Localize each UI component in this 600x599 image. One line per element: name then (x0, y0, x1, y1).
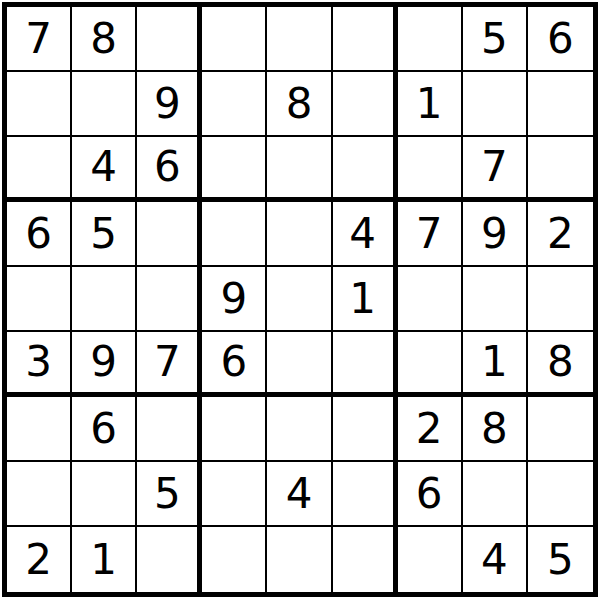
cell-r5c2-empty[interactable] (72, 267, 137, 332)
cell-r1c2-given: 8 (72, 7, 137, 72)
cell-r5c7-empty[interactable] (398, 267, 463, 332)
cell-r6c1-given: 3 (7, 332, 72, 397)
cell-r4c1-given: 6 (7, 202, 72, 267)
cell-r9c4-empty[interactable] (202, 527, 267, 592)
cell-r2c5-given: 8 (267, 72, 332, 137)
cell-r7c2-given: 6 (72, 397, 137, 462)
cell-r8c6-empty[interactable] (333, 462, 398, 527)
cell-r6c4-given: 6 (202, 332, 267, 397)
cell-r2c4-empty[interactable] (202, 72, 267, 137)
cell-r3c7-empty[interactable] (398, 137, 463, 202)
cell-r7c1-empty[interactable] (7, 397, 72, 462)
cell-r7c5-empty[interactable] (267, 397, 332, 462)
cell-r2c8-empty[interactable] (463, 72, 528, 137)
cell-r4c6-given: 4 (333, 202, 398, 267)
cell-r1c9-given: 6 (528, 7, 593, 72)
cell-r9c5-empty[interactable] (267, 527, 332, 592)
cell-r5c1-empty[interactable] (7, 267, 72, 332)
cell-r1c7-empty[interactable] (398, 7, 463, 72)
cell-r7c6-empty[interactable] (333, 397, 398, 462)
cell-r3c5-empty[interactable] (267, 137, 332, 202)
cell-r6c3-given: 7 (137, 332, 202, 397)
cell-r8c5-given: 4 (267, 462, 332, 527)
cell-r6c5-empty[interactable] (267, 332, 332, 397)
cell-r4c3-empty[interactable] (137, 202, 202, 267)
cell-r5c3-empty[interactable] (137, 267, 202, 332)
cell-r2c2-empty[interactable] (72, 72, 137, 137)
cell-r6c8-given: 1 (463, 332, 528, 397)
cell-r2c7-given: 1 (398, 72, 463, 137)
cell-r3c9-empty[interactable] (528, 137, 593, 202)
cell-r2c1-empty[interactable] (7, 72, 72, 137)
cell-r2c9-empty[interactable] (528, 72, 593, 137)
cell-r7c8-given: 8 (463, 397, 528, 462)
cell-r3c3-given: 6 (137, 137, 202, 202)
cell-r7c9-empty[interactable] (528, 397, 593, 462)
cell-r4c4-empty[interactable] (202, 202, 267, 267)
cell-r5c9-empty[interactable] (528, 267, 593, 332)
cell-r1c5-empty[interactable] (267, 7, 332, 72)
cell-r2c6-empty[interactable] (333, 72, 398, 137)
cell-r8c9-empty[interactable] (528, 462, 593, 527)
cell-r1c3-empty[interactable] (137, 7, 202, 72)
cell-r9c3-empty[interactable] (137, 527, 202, 592)
cell-r7c7-given: 2 (398, 397, 463, 462)
cell-r2c3-given: 9 (137, 72, 202, 137)
cell-r9c9-given: 5 (528, 527, 593, 592)
cell-r8c7-given: 6 (398, 462, 463, 527)
cell-r3c4-empty[interactable] (202, 137, 267, 202)
cell-r9c2-given: 1 (72, 527, 137, 592)
page: 7856981467654792913976186285462145 (0, 0, 600, 599)
cell-r1c8-given: 5 (463, 7, 528, 72)
cell-r6c7-empty[interactable] (398, 332, 463, 397)
cell-r7c4-empty[interactable] (202, 397, 267, 462)
cell-r5c6-given: 1 (333, 267, 398, 332)
cell-r4c2-given: 5 (72, 202, 137, 267)
cell-r1c4-empty[interactable] (202, 7, 267, 72)
cell-r4c7-given: 7 (398, 202, 463, 267)
cell-r8c4-empty[interactable] (202, 462, 267, 527)
cell-r1c6-empty[interactable] (333, 7, 398, 72)
cell-r8c2-empty[interactable] (72, 462, 137, 527)
cell-r3c1-empty[interactable] (7, 137, 72, 202)
cell-r3c8-given: 7 (463, 137, 528, 202)
cell-r9c6-empty[interactable] (333, 527, 398, 592)
cell-r9c1-given: 2 (7, 527, 72, 592)
cell-r3c6-empty[interactable] (333, 137, 398, 202)
cell-r6c2-given: 9 (72, 332, 137, 397)
cell-r4c9-given: 2 (528, 202, 593, 267)
cell-r7c3-empty[interactable] (137, 397, 202, 462)
cell-r1c1-given: 7 (7, 7, 72, 72)
cell-r6c6-empty[interactable] (333, 332, 398, 397)
sudoku-board: 7856981467654792913976186285462145 (2, 2, 598, 597)
cell-r8c3-given: 5 (137, 462, 202, 527)
cell-r9c8-given: 4 (463, 527, 528, 592)
cell-r4c8-given: 9 (463, 202, 528, 267)
cell-r6c9-given: 8 (528, 332, 593, 397)
cell-r9c7-empty[interactable] (398, 527, 463, 592)
cell-r5c8-empty[interactable] (463, 267, 528, 332)
cell-r8c8-empty[interactable] (463, 462, 528, 527)
cell-r5c5-empty[interactable] (267, 267, 332, 332)
cell-r4c5-empty[interactable] (267, 202, 332, 267)
cell-r5c4-given: 9 (202, 267, 267, 332)
cell-r8c1-empty[interactable] (7, 462, 72, 527)
cell-r3c2-given: 4 (72, 137, 137, 202)
